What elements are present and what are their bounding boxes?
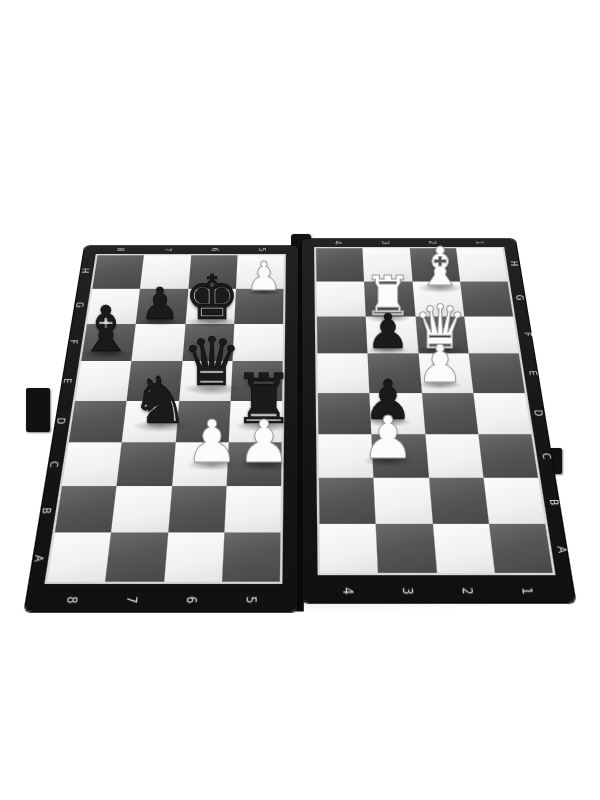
square-d3 — [370, 393, 425, 434]
square-f1 — [464, 317, 519, 354]
file-label-right-B: B — [547, 498, 560, 504]
square-d7 — [122, 401, 179, 442]
square-h4 — [316, 248, 364, 281]
square-g4 — [317, 282, 366, 317]
square-b1 — [483, 478, 545, 524]
square-h8 — [92, 255, 144, 289]
board-half-right: 44332211HGFEDCBA — [302, 239, 575, 603]
square-f7 — [132, 324, 185, 361]
square-f6 — [182, 324, 234, 361]
file-label-right-A: A — [555, 547, 568, 554]
file-label-left-H: H — [80, 268, 91, 273]
rank-label-far-7: 7 — [161, 248, 171, 252]
file-label-left-G: G — [74, 303, 85, 308]
square-b5 — [224, 486, 281, 533]
square-c7 — [117, 442, 175, 486]
square-c4 — [318, 434, 373, 478]
file-label-right-D: D — [533, 410, 545, 416]
file-label-right-H: H — [509, 261, 520, 266]
rank-label-4: 4 — [340, 587, 353, 594]
square-h6 — [188, 255, 237, 289]
file-label-left-D: D — [55, 418, 67, 424]
square-g2 — [412, 282, 464, 317]
rank-label-far-8: 8 — [113, 248, 124, 252]
rank-label-5: 5 — [245, 596, 258, 603]
square-d8 — [69, 401, 127, 442]
file-label-left-F: F — [67, 340, 78, 344]
square-e1 — [468, 354, 524, 393]
square-b3 — [374, 478, 433, 524]
square-e5 — [230, 361, 282, 400]
rank-label-8: 8 — [64, 596, 78, 603]
file-label-left-C: C — [48, 461, 61, 467]
square-b2 — [428, 478, 488, 524]
file-label-right-E: E — [527, 370, 539, 375]
square-c8 — [62, 442, 122, 486]
file-label-right-C: C — [540, 453, 553, 459]
square-b7 — [111, 486, 171, 533]
square-a1 — [489, 524, 553, 573]
square-d4 — [318, 393, 372, 434]
rank-label-far-3: 3 — [379, 241, 389, 245]
square-h5 — [236, 255, 284, 289]
square-a7 — [105, 532, 167, 581]
square-e3 — [368, 354, 422, 393]
square-g8 — [87, 289, 140, 324]
square-f5 — [232, 324, 283, 361]
rank-label-6: 6 — [184, 596, 197, 603]
chess-board: 88776655HGFEDCBA 44332211HGFEDCBA — [85, 246, 515, 566]
square-c5 — [226, 442, 281, 486]
square-d5 — [228, 401, 282, 442]
square-c3 — [372, 434, 429, 478]
square-a6 — [164, 532, 225, 581]
board-half-left: 88776655HGFEDCBA — [25, 246, 298, 612]
square-b8 — [55, 486, 117, 533]
file-label-right-F: F — [521, 332, 532, 336]
square-c2 — [425, 434, 483, 478]
rank-label-far-5: 5 — [256, 248, 266, 252]
square-f8 — [81, 324, 136, 361]
square-g7 — [136, 289, 188, 324]
rank-label-3: 3 — [400, 587, 413, 594]
square-g6 — [185, 289, 236, 324]
square-e2 — [418, 354, 473, 393]
square-g5 — [234, 289, 283, 324]
square-b6 — [168, 486, 227, 533]
product-photo-scene: 88776655HGFEDCBA 44332211HGFEDCBA ♝♟♞♚♛♜… — [0, 0, 600, 800]
rank-label-far-1: 1 — [473, 241, 484, 245]
square-d1 — [473, 393, 531, 434]
file-label-left-E: E — [61, 378, 73, 383]
rank-label-2: 2 — [460, 587, 473, 594]
square-a4 — [320, 524, 379, 573]
square-b4 — [319, 478, 376, 524]
rank-label-7: 7 — [124, 596, 137, 603]
rank-label-far-6: 6 — [208, 248, 218, 252]
square-g1 — [460, 282, 513, 317]
square-h7 — [140, 255, 191, 289]
square-c6 — [172, 442, 229, 486]
square-d6 — [175, 401, 230, 442]
square-h2 — [409, 248, 460, 281]
file-label-right-G: G — [514, 295, 525, 300]
square-e4 — [317, 354, 369, 393]
square-a5 — [222, 532, 281, 581]
square-h3 — [363, 248, 412, 281]
square-f4 — [317, 317, 368, 354]
rank-label-far-2: 2 — [426, 241, 436, 245]
rank-label-1: 1 — [520, 587, 534, 594]
box-latch-left — [26, 388, 50, 432]
file-label-left-A: A — [32, 555, 45, 562]
square-a3 — [376, 524, 437, 573]
square-a8 — [47, 532, 111, 581]
square-e6 — [179, 361, 233, 400]
square-e7 — [127, 361, 182, 400]
square-f3 — [366, 317, 418, 354]
square-g3 — [364, 282, 415, 317]
square-c1 — [478, 434, 538, 478]
square-d2 — [421, 393, 478, 434]
file-label-left-B: B — [40, 507, 53, 513]
square-h1 — [456, 248, 508, 281]
rank-label-far-4: 4 — [331, 241, 341, 245]
square-e8 — [75, 361, 131, 400]
square-f2 — [415, 317, 468, 354]
square-a2 — [432, 524, 494, 573]
